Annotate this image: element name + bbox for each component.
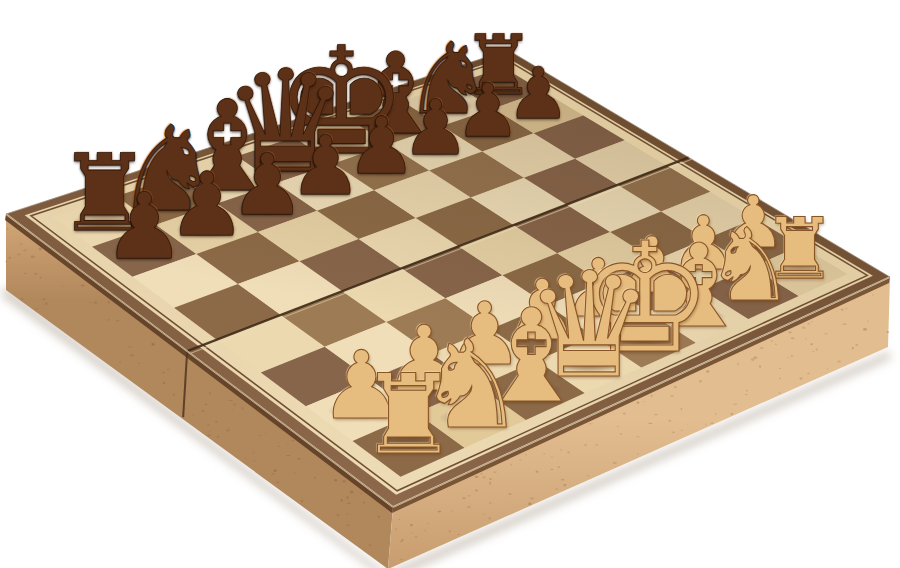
chess-board	[0, 0, 900, 568]
product-photo-chess-set: ♜♞♝♛♚♝♞♜♟♟♟♟♟♟♟♟♟♟♟♟♟♟♟♟♜♞♝♛♚♝♞♜	[0, 0, 900, 568]
